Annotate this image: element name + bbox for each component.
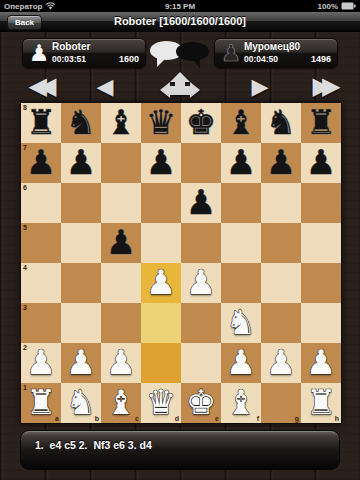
flip-arrow-bar bbox=[169, 86, 191, 95]
square-e4[interactable]: ♟ bbox=[181, 263, 221, 303]
white-rook: ♜ bbox=[301, 383, 341, 423]
forward-to-end-button[interactable]: ▶▶ bbox=[302, 71, 351, 101]
square-g8[interactable]: ♞ bbox=[261, 103, 301, 143]
black-bishop: ♝ bbox=[101, 103, 141, 143]
square-d2[interactable] bbox=[141, 343, 181, 383]
black-player-name: Муромец80 bbox=[244, 41, 300, 52]
square-h5[interactable] bbox=[301, 223, 341, 263]
white-queen: ♛ bbox=[141, 383, 181, 423]
white-pawn: ♟ bbox=[141, 263, 181, 303]
black-rook: ♜ bbox=[301, 103, 341, 143]
page-title: Roboter [1600/1600/1600] bbox=[0, 15, 360, 27]
square-f8[interactable]: ♝ bbox=[221, 103, 261, 143]
square-f3[interactable]: ♞ bbox=[221, 303, 261, 343]
playback-controls: ◀◀ ◀ ▶ ▶▶ bbox=[0, 71, 360, 101]
square-a5[interactable]: 5 bbox=[21, 223, 61, 263]
white-player-name: Roboter bbox=[52, 41, 90, 52]
black-pawn: ♟ bbox=[221, 143, 261, 183]
chess-board: 8♜♞♝♛♚♝♞♜7♟♟♟♟♟♟6♟5♟4♟♟3♞2♟♟♟♟♟♟1a♜b♞c♝d… bbox=[20, 102, 342, 424]
square-e6[interactable]: ♟ bbox=[181, 183, 221, 223]
white-player-clock: 00:03:51 bbox=[52, 54, 86, 64]
black-player-panel[interactable]: ♟ Муромец80 00:04:50 1496 bbox=[214, 38, 338, 68]
rewind-to-start-button[interactable]: ◀◀ bbox=[18, 71, 67, 101]
white-pawn: ♟ bbox=[221, 343, 261, 383]
rank-label-4: 4 bbox=[23, 264, 27, 271]
black-bishop: ♝ bbox=[221, 103, 261, 143]
square-g3[interactable] bbox=[261, 303, 301, 343]
square-c1[interactable]: c♝ bbox=[101, 383, 141, 423]
black-pawn: ♟ bbox=[141, 143, 181, 183]
chat-button[interactable] bbox=[148, 39, 212, 69]
black-pawn: ♟ bbox=[61, 143, 101, 183]
square-g4[interactable] bbox=[261, 263, 301, 303]
square-c6[interactable] bbox=[101, 183, 141, 223]
square-h4[interactable] bbox=[301, 263, 341, 303]
flip-board-button[interactable] bbox=[160, 72, 200, 101]
white-pawn: ♟ bbox=[61, 343, 101, 383]
white-king: ♚ bbox=[181, 383, 221, 423]
square-c4[interactable] bbox=[101, 263, 141, 303]
white-bishop: ♝ bbox=[221, 383, 261, 423]
white-player-panel[interactable]: ♟ Roboter 00:03:51 1600 bbox=[22, 38, 146, 68]
square-a2[interactable]: 2♟ bbox=[21, 343, 61, 383]
white-knight: ♞ bbox=[221, 303, 261, 343]
square-h7[interactable]: ♟ bbox=[301, 143, 341, 183]
black-queen: ♛ bbox=[141, 103, 181, 143]
black-knight: ♞ bbox=[61, 103, 101, 143]
black-player-clock: 00:04:50 bbox=[244, 54, 278, 64]
square-b6[interactable] bbox=[61, 183, 101, 223]
square-a4[interactable]: 4 bbox=[21, 263, 61, 303]
white-pawn-icon: ♟ bbox=[28, 38, 50, 68]
square-h8[interactable]: ♜ bbox=[301, 103, 341, 143]
black-pawn: ♟ bbox=[21, 143, 61, 183]
black-rook: ♜ bbox=[21, 103, 61, 143]
file-label-g: g bbox=[295, 415, 299, 422]
flip-arrow-right bbox=[190, 82, 200, 98]
square-b4[interactable] bbox=[61, 263, 101, 303]
square-f7[interactable]: ♟ bbox=[221, 143, 261, 183]
square-d4[interactable]: ♟ bbox=[141, 263, 181, 303]
square-g1[interactable]: g bbox=[261, 383, 301, 423]
navigation-bar: Back Roboter [1600/1600/1600] bbox=[0, 12, 360, 32]
white-player-rating: 1600 bbox=[119, 54, 139, 64]
square-a7[interactable]: 7♟ bbox=[21, 143, 61, 183]
black-pawn-icon: ♟ bbox=[220, 38, 242, 68]
black-knight: ♞ bbox=[261, 103, 301, 143]
rank-label-5: 5 bbox=[23, 224, 27, 231]
square-g6[interactable] bbox=[261, 183, 301, 223]
square-e3[interactable] bbox=[181, 303, 221, 343]
square-d5[interactable] bbox=[141, 223, 181, 263]
square-a8[interactable]: 8♜ bbox=[21, 103, 61, 143]
square-c5[interactable]: ♟ bbox=[101, 223, 141, 263]
black-pawn: ♟ bbox=[301, 143, 341, 183]
square-b8[interactable]: ♞ bbox=[61, 103, 101, 143]
square-f5[interactable] bbox=[221, 223, 261, 263]
square-f1[interactable]: f♝ bbox=[221, 383, 261, 423]
square-e1[interactable]: e♚ bbox=[181, 383, 221, 423]
square-b1[interactable]: b♞ bbox=[61, 383, 101, 423]
square-f6[interactable] bbox=[221, 183, 261, 223]
square-b7[interactable]: ♟ bbox=[61, 143, 101, 183]
square-h6[interactable] bbox=[301, 183, 341, 223]
white-knight: ♞ bbox=[61, 383, 101, 423]
flip-arrow-left bbox=[160, 82, 170, 98]
white-pawn: ♟ bbox=[181, 263, 221, 303]
white-pawn: ♟ bbox=[301, 343, 341, 383]
black-pawn: ♟ bbox=[181, 183, 221, 223]
square-d3[interactable] bbox=[141, 303, 181, 343]
white-bishop: ♝ bbox=[101, 383, 141, 423]
square-d7[interactable]: ♟ bbox=[141, 143, 181, 183]
square-c7[interactable] bbox=[101, 143, 141, 183]
square-e8[interactable]: ♚ bbox=[181, 103, 221, 143]
square-e5[interactable] bbox=[181, 223, 221, 263]
next-move-button[interactable]: ▶ bbox=[247, 71, 273, 101]
move-list-bar[interactable]: 1. e4 c5 2. Nf3 e6 3. d4 bbox=[20, 430, 340, 470]
square-f4[interactable] bbox=[221, 263, 261, 303]
black-pawn: ♟ bbox=[261, 143, 301, 183]
status-time: 9:15 PM bbox=[0, 2, 360, 11]
square-e7[interactable] bbox=[181, 143, 221, 183]
move-list: 1. e4 c5 2. Nf3 e6 3. d4 bbox=[35, 439, 152, 451]
white-pawn: ♟ bbox=[261, 343, 301, 383]
white-rook: ♜ bbox=[21, 383, 61, 423]
square-d6[interactable] bbox=[141, 183, 181, 223]
square-g7[interactable]: ♟ bbox=[261, 143, 301, 183]
status-bar: 9:15 PM Оператор 100% bbox=[0, 0, 360, 12]
square-a6[interactable]: 6 bbox=[21, 183, 61, 223]
black-pawn: ♟ bbox=[101, 223, 141, 263]
square-g2[interactable]: ♟ bbox=[261, 343, 301, 383]
square-b3[interactable] bbox=[61, 303, 101, 343]
square-c3[interactable] bbox=[101, 303, 141, 343]
square-d1[interactable]: d♛ bbox=[141, 383, 181, 423]
square-d8[interactable]: ♛ bbox=[141, 103, 181, 143]
square-b2[interactable]: ♟ bbox=[61, 343, 101, 383]
square-c2[interactable]: ♟ bbox=[101, 343, 141, 383]
black-player-rating: 1496 bbox=[311, 54, 331, 64]
white-pawn: ♟ bbox=[101, 343, 141, 383]
square-b5[interactable] bbox=[61, 223, 101, 263]
square-c8[interactable]: ♝ bbox=[101, 103, 141, 143]
black-chat-bubble-icon bbox=[176, 42, 209, 61]
black-king: ♚ bbox=[181, 103, 221, 143]
square-f2[interactable]: ♟ bbox=[221, 343, 261, 383]
square-a1[interactable]: 1a♜ bbox=[21, 383, 61, 423]
rank-label-3: 3 bbox=[23, 304, 27, 311]
square-g5[interactable] bbox=[261, 223, 301, 263]
rank-label-6: 6 bbox=[23, 184, 27, 191]
square-a3[interactable]: 3 bbox=[21, 303, 61, 343]
white-pawn: ♟ bbox=[21, 343, 61, 383]
square-h3[interactable] bbox=[301, 303, 341, 343]
square-h2[interactable]: ♟ bbox=[301, 343, 341, 383]
square-h1[interactable]: h♜ bbox=[301, 383, 341, 423]
square-e2[interactable] bbox=[181, 343, 221, 383]
previous-move-button[interactable]: ◀ bbox=[92, 71, 118, 101]
